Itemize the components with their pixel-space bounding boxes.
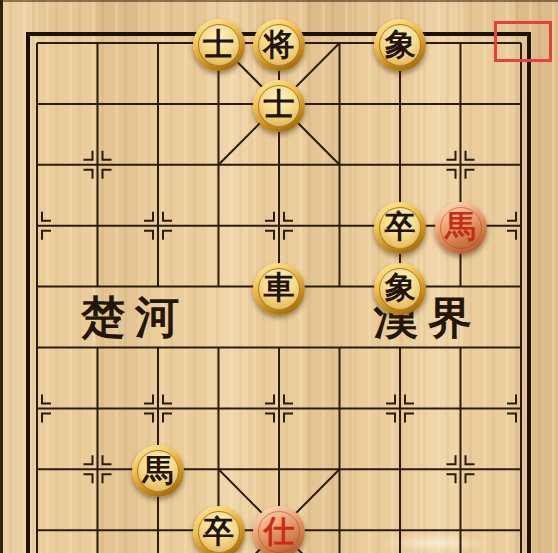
piece-face: 象 [379,24,421,66]
river-label-left: 楚河 [81,295,189,341]
piece-black-象[interactable]: 象 [374,19,426,71]
piece-black-士[interactable]: 士 [253,80,305,132]
piece-face: 将 [258,24,300,66]
piece-character: 象 [385,29,416,60]
piece-red-仕[interactable]: 仕 [253,506,305,553]
piece-character: 馬 [143,455,174,486]
piece-character: 仕 [264,516,295,547]
piece-face: 卒 [379,207,421,249]
piece-face: 車 [258,268,300,310]
piece-face: 士 [258,85,300,127]
piece-black-卒[interactable]: 卒 [193,506,245,553]
piece-character: 卒 [203,516,234,547]
piece-character: 士 [203,29,234,60]
piece-red-馬[interactable]: 馬 [435,202,487,254]
piece-black-士[interactable]: 士 [193,19,245,71]
last-move-highlight [494,21,552,62]
piece-character: 士 [264,89,295,120]
piece-face: 馬 [440,207,482,249]
piece-black-馬[interactable]: 馬 [132,445,184,497]
piece-face: 卒 [198,511,240,553]
piece-character: 車 [264,272,295,303]
piece-character: 馬 [445,211,476,242]
piece-character: 象 [385,272,416,303]
piece-face: 士 [198,24,240,66]
piece-character: 卒 [385,211,416,242]
xiangqi-game-screen: 楚河 漢界 士将象士卒馬車象馬卒仕 [0,0,558,553]
piece-face: 馬 [137,450,179,492]
piece-black-車[interactable]: 車 [253,263,305,315]
piece-character: 将 [264,29,295,60]
piece-black-象[interactable]: 象 [374,263,426,315]
piece-face: 象 [379,268,421,310]
piece-face: 仕 [258,511,300,553]
piece-black-将[interactable]: 将 [253,19,305,71]
piece-black-卒[interactable]: 卒 [374,202,426,254]
